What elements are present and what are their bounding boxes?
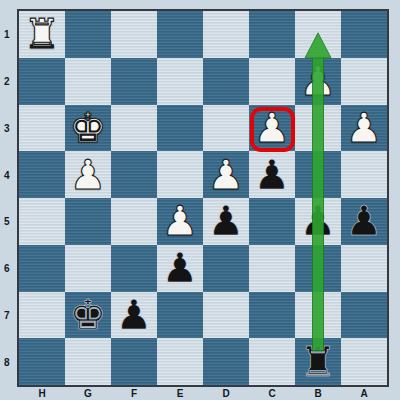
piece-black-p-a5[interactable]: ♟ — [341, 198, 387, 245]
square-c5[interactable] — [249, 198, 295, 245]
piece-white-p-g4[interactable]: ♟ — [65, 151, 111, 198]
square-h1[interactable]: ♜ — [19, 11, 65, 58]
square-c3[interactable]: ♟ — [249, 105, 295, 152]
piece-white-p-b2[interactable]: ♟ — [295, 58, 341, 105]
square-c8[interactable] — [249, 338, 295, 385]
piece-white-r-h1[interactable]: ♜ — [19, 11, 65, 58]
square-h7[interactable] — [19, 292, 65, 339]
square-g6[interactable] — [65, 245, 111, 292]
square-d7[interactable] — [203, 292, 249, 339]
square-f5[interactable] — [111, 198, 157, 245]
square-h5[interactable] — [19, 198, 65, 245]
square-c2[interactable] — [249, 58, 295, 105]
rank-label-2: 2 — [4, 76, 10, 87]
square-h6[interactable] — [19, 245, 65, 292]
square-h8[interactable] — [19, 338, 65, 385]
square-e8[interactable] — [157, 338, 203, 385]
rank-label-4: 4 — [4, 169, 10, 180]
piece-white-p-a3[interactable]: ♟ — [341, 105, 387, 152]
square-e3[interactable] — [157, 105, 203, 152]
piece-black-r-b8[interactable]: ♜ — [295, 338, 341, 385]
square-f4[interactable] — [111, 151, 157, 198]
square-b4[interactable] — [295, 151, 341, 198]
square-a7[interactable] — [341, 292, 387, 339]
piece-black-k-g7[interactable]: ♚ — [65, 292, 111, 339]
file-label-A: A — [360, 388, 367, 399]
square-e5[interactable]: ♟ — [157, 198, 203, 245]
square-b6[interactable] — [295, 245, 341, 292]
file-label-H: H — [38, 388, 45, 399]
square-b2[interactable]: ♟ — [295, 58, 341, 105]
square-h4[interactable] — [19, 151, 65, 198]
piece-white-k-g3[interactable]: ♚ — [65, 105, 111, 152]
piece-black-p-d5[interactable]: ♟ — [203, 198, 249, 245]
piece-white-p-d4[interactable]: ♟ — [203, 151, 249, 198]
square-a2[interactable] — [341, 58, 387, 105]
rank-label-3: 3 — [4, 122, 10, 133]
square-a8[interactable] — [341, 338, 387, 385]
rank-label-8: 8 — [4, 356, 10, 367]
file-label-E: E — [177, 388, 184, 399]
rank-label-5: 5 — [4, 216, 10, 227]
square-e4[interactable] — [157, 151, 203, 198]
square-b1[interactable] — [295, 11, 341, 58]
square-b8[interactable]: ♜ — [295, 338, 341, 385]
square-f6[interactable] — [111, 245, 157, 292]
square-h2[interactable] — [19, 58, 65, 105]
square-e7[interactable] — [157, 292, 203, 339]
square-f3[interactable] — [111, 105, 157, 152]
square-e2[interactable] — [157, 58, 203, 105]
square-e1[interactable] — [157, 11, 203, 58]
square-b7[interactable] — [295, 292, 341, 339]
square-d8[interactable] — [203, 338, 249, 385]
square-c4[interactable]: ♟ — [249, 151, 295, 198]
square-g3[interactable]: ♚ — [65, 105, 111, 152]
square-g1[interactable] — [65, 11, 111, 58]
square-g2[interactable] — [65, 58, 111, 105]
square-c1[interactable] — [249, 11, 295, 58]
rank-label-1: 1 — [4, 29, 10, 40]
square-e6[interactable]: ♟ — [157, 245, 203, 292]
square-a3[interactable]: ♟ — [341, 105, 387, 152]
piece-black-p-c4[interactable]: ♟ — [249, 151, 295, 198]
square-c7[interactable] — [249, 292, 295, 339]
square-a4[interactable] — [341, 151, 387, 198]
square-d2[interactable] — [203, 58, 249, 105]
square-a1[interactable] — [341, 11, 387, 58]
square-a5[interactable]: ♟ — [341, 198, 387, 245]
file-label-C: C — [268, 388, 275, 399]
rank-label-7: 7 — [4, 309, 10, 320]
file-label-F: F — [131, 388, 137, 399]
chess-app-screen: ♜♟♚♟♟♟♟♟♟♟♟♟♟♚♟♜ HGFEDCBA12345678 — [0, 0, 400, 400]
chess-board: ♜♟♚♟♟♟♟♟♟♟♟♟♟♚♟♜ — [17, 9, 389, 387]
file-label-B: B — [314, 388, 321, 399]
square-f8[interactable] — [111, 338, 157, 385]
square-d3[interactable] — [203, 105, 249, 152]
square-d5[interactable]: ♟ — [203, 198, 249, 245]
square-d1[interactable] — [203, 11, 249, 58]
square-b5[interactable]: ♟ — [295, 198, 341, 245]
piece-black-p-e6[interactable]: ♟ — [157, 245, 203, 292]
square-c6[interactable] — [249, 245, 295, 292]
square-g7[interactable]: ♚ — [65, 292, 111, 339]
square-g5[interactable] — [65, 198, 111, 245]
file-label-D: D — [222, 388, 229, 399]
square-a6[interactable] — [341, 245, 387, 292]
square-d6[interactable] — [203, 245, 249, 292]
piece-black-p-b5[interactable]: ♟ — [295, 198, 341, 245]
square-b3[interactable] — [295, 105, 341, 152]
square-d4[interactable]: ♟ — [203, 151, 249, 198]
square-g4[interactable]: ♟ — [65, 151, 111, 198]
file-label-G: G — [84, 388, 92, 399]
piece-black-p-f7[interactable]: ♟ — [111, 292, 157, 339]
piece-white-p-c3[interactable]: ♟ — [249, 105, 295, 152]
square-h3[interactable] — [19, 105, 65, 152]
square-g8[interactable] — [65, 338, 111, 385]
piece-white-p-e5[interactable]: ♟ — [157, 198, 203, 245]
rank-label-6: 6 — [4, 263, 10, 274]
square-f7[interactable]: ♟ — [111, 292, 157, 339]
square-f2[interactable] — [111, 58, 157, 105]
square-f1[interactable] — [111, 11, 157, 58]
